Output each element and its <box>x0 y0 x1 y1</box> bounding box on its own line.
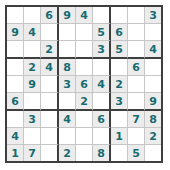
cell-r3c8[interactable] <box>128 41 145 59</box>
cell-r1c2[interactable] <box>24 7 41 24</box>
cell-r5c1[interactable] <box>7 76 24 93</box>
cell-r5c3[interactable] <box>41 76 59 93</box>
cell-r2c4[interactable] <box>59 24 76 41</box>
cell-r3c4[interactable] <box>59 41 76 59</box>
cell-r7c5[interactable] <box>76 111 93 128</box>
cell-r9c9[interactable] <box>145 145 161 161</box>
cell-r7c6[interactable]: 6 <box>93 111 111 128</box>
cell-r2c2[interactable]: 4 <box>24 24 41 41</box>
cell-r5c5[interactable]: 6 <box>76 76 93 93</box>
cell-r7c3[interactable] <box>41 111 59 128</box>
cell-r6c9[interactable]: 9 <box>145 93 161 111</box>
cell-r4c8[interactable]: 6 <box>128 59 145 76</box>
cell-r2c8[interactable] <box>128 24 145 41</box>
cell-r5c7[interactable]: 2 <box>111 76 128 93</box>
cell-r8c1[interactable]: 4 <box>7 128 24 145</box>
cell-r6c6[interactable] <box>93 93 111 111</box>
cell-r1c7[interactable] <box>111 7 128 24</box>
cell-r9c6[interactable]: 8 <box>93 145 111 161</box>
cell-r6c1[interactable]: 6 <box>7 93 24 111</box>
cell-r3c1[interactable] <box>7 41 24 59</box>
cell-r4c4[interactable]: 8 <box>59 59 76 76</box>
cell-r9c8[interactable]: 5 <box>128 145 145 161</box>
cell-r6c5[interactable]: 2 <box>76 93 93 111</box>
cell-r3c7[interactable]: 5 <box>111 41 128 59</box>
cell-r7c8[interactable]: 7 <box>128 111 145 128</box>
cell-r2c7[interactable]: 6 <box>111 24 128 41</box>
cell-r3c5[interactable] <box>76 41 93 59</box>
cell-r1c9[interactable]: 3 <box>145 7 161 24</box>
cell-r1c6[interactable] <box>93 7 111 24</box>
cell-r4c5[interactable] <box>76 59 93 76</box>
cell-r3c9[interactable]: 4 <box>145 41 161 59</box>
cell-r2c9[interactable] <box>145 24 161 41</box>
cell-r9c5[interactable] <box>76 145 93 161</box>
cell-r9c4[interactable]: 2 <box>59 145 76 161</box>
cell-r8c8[interactable] <box>128 128 145 145</box>
cell-r1c4[interactable]: 9 <box>59 7 76 24</box>
cell-r6c7[interactable]: 3 <box>111 93 128 111</box>
cell-r8c3[interactable] <box>41 128 59 145</box>
cell-r4c1[interactable] <box>7 59 24 76</box>
cell-r9c1[interactable]: 1 <box>7 145 24 161</box>
cell-r3c3[interactable]: 2 <box>41 41 59 59</box>
cell-r4c2[interactable]: 2 <box>24 59 41 76</box>
cell-r4c6[interactable] <box>93 59 111 76</box>
cell-r6c2[interactable] <box>24 93 41 111</box>
cell-r8c9[interactable]: 2 <box>145 128 161 145</box>
cell-r4c3[interactable]: 4 <box>41 59 59 76</box>
cell-r2c6[interactable]: 5 <box>93 24 111 41</box>
cell-r1c3[interactable]: 6 <box>41 7 59 24</box>
cell-r6c3[interactable] <box>41 93 59 111</box>
cell-r6c4[interactable] <box>59 93 76 111</box>
cell-r7c1[interactable] <box>7 111 24 128</box>
cell-r1c8[interactable] <box>128 7 145 24</box>
cell-r7c2[interactable]: 3 <box>24 111 41 128</box>
cell-r8c2[interactable] <box>24 128 41 145</box>
cell-r9c7[interactable] <box>111 145 128 161</box>
cell-r8c7[interactable]: 1 <box>111 128 128 145</box>
cell-r8c6[interactable] <box>93 128 111 145</box>
cell-r1c1[interactable] <box>7 7 24 24</box>
cell-r2c5[interactable] <box>76 24 93 41</box>
cell-r2c1[interactable]: 9 <box>7 24 24 41</box>
cell-r8c5[interactable] <box>76 128 93 145</box>
cell-r9c3[interactable] <box>41 145 59 161</box>
cell-r3c6[interactable]: 3 <box>93 41 111 59</box>
cell-r7c9[interactable]: 8 <box>145 111 161 128</box>
cell-r9c2[interactable]: 7 <box>24 145 41 161</box>
cell-r4c9[interactable] <box>145 59 161 76</box>
cell-r1c5[interactable]: 4 <box>76 7 93 24</box>
cell-r4c7[interactable] <box>111 59 128 76</box>
cell-r2c3[interactable] <box>41 24 59 41</box>
cell-r5c4[interactable]: 3 <box>59 76 76 93</box>
cell-r6c8[interactable] <box>128 93 145 111</box>
sudoku-board: 69439456235424869364262393467841217285 <box>5 5 163 163</box>
cell-r8c4[interactable] <box>59 128 76 145</box>
cell-r3c2[interactable] <box>24 41 41 59</box>
cell-r5c8[interactable] <box>128 76 145 93</box>
cell-r7c7[interactable] <box>111 111 128 128</box>
cell-r5c6[interactable]: 4 <box>93 76 111 93</box>
cell-r5c2[interactable]: 9 <box>24 76 41 93</box>
cell-r5c9[interactable] <box>145 76 161 93</box>
cell-r7c4[interactable]: 4 <box>59 111 76 128</box>
